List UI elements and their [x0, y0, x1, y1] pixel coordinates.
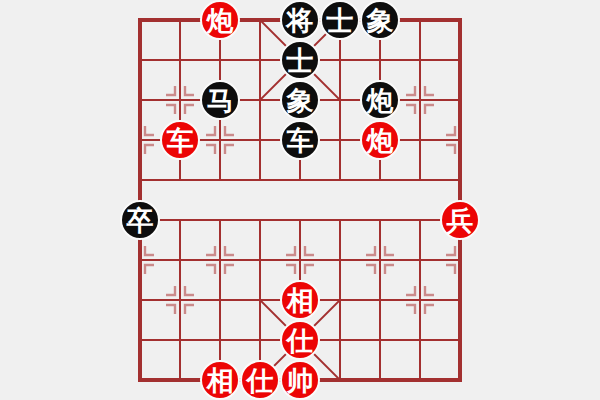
piece-black-elephant[interactable]: 象 — [360, 0, 400, 40]
piece-black-cannon[interactable]: 炮 — [360, 80, 400, 120]
piece-black-horse[interactable]: 马 — [200, 80, 240, 120]
piece-black-elephant[interactable]: 象 — [280, 80, 320, 120]
piece-red-cannon[interactable]: 炮 — [360, 120, 400, 160]
piece-black-soldier[interactable]: 卒 — [120, 200, 160, 240]
piece-red-elephant[interactable]: 相 — [200, 360, 240, 400]
xiangqi-board: 炮将士象士马象炮车车炮卒兵相仕相仕帅 — [0, 0, 600, 400]
piece-black-general[interactable]: 将 — [280, 0, 320, 40]
piece-black-advisor[interactable]: 士 — [280, 40, 320, 80]
piece-red-advisor[interactable]: 仕 — [240, 360, 280, 400]
app-background: { "game": "xiangqi", "board": { "files":… — [0, 0, 600, 400]
piece-red-chariot[interactable]: 车 — [160, 120, 200, 160]
piece-black-chariot[interactable]: 车 — [280, 120, 320, 160]
piece-red-soldier[interactable]: 兵 — [440, 200, 480, 240]
piece-red-advisor[interactable]: 仕 — [280, 320, 320, 360]
piece-black-advisor[interactable]: 士 — [320, 0, 360, 40]
piece-red-general[interactable]: 帅 — [280, 360, 320, 400]
piece-red-cannon[interactable]: 炮 — [200, 0, 240, 40]
pieces-layer: 炮将士象士马象炮车车炮卒兵相仕相仕帅 — [0, 0, 600, 400]
piece-red-elephant[interactable]: 相 — [280, 280, 320, 320]
